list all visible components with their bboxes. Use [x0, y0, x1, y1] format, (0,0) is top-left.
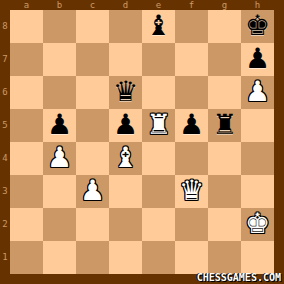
rank-label-5: 5 [0, 109, 10, 142]
piece-black-pawn[interactable]: ♟ [43, 109, 76, 142]
piece-black-pawn[interactable]: ♟ [175, 109, 208, 142]
piece-black-pawn[interactable]: ♟ [109, 109, 142, 142]
piece-black-rook[interactable]: ♜ [208, 109, 241, 142]
piece-white-pawn[interactable]: ♟ [241, 76, 274, 109]
rank-label-2: 2 [0, 208, 10, 241]
square-e2[interactable] [142, 208, 175, 241]
square-g5[interactable]: ♜ [208, 109, 241, 142]
square-b8[interactable] [43, 10, 76, 43]
square-f2[interactable] [175, 208, 208, 241]
square-a2[interactable] [10, 208, 43, 241]
square-a4[interactable] [10, 142, 43, 175]
square-f1[interactable] [175, 241, 208, 274]
square-e6[interactable] [142, 76, 175, 109]
square-f8[interactable] [175, 10, 208, 43]
piece-white-pawn[interactable]: ♟ [43, 142, 76, 175]
chess-board: ♝♚♟♛♟♟♟♜♟♜♟♝♟♛♚ [10, 10, 274, 274]
rank-label-3: 3 [0, 175, 10, 208]
square-g4[interactable] [208, 142, 241, 175]
square-e3[interactable] [142, 175, 175, 208]
square-h4[interactable] [241, 142, 274, 175]
square-a7[interactable] [10, 43, 43, 76]
square-h3[interactable] [241, 175, 274, 208]
square-b3[interactable] [43, 175, 76, 208]
square-e8[interactable]: ♝ [142, 10, 175, 43]
square-b5[interactable]: ♟ [43, 109, 76, 142]
square-g1[interactable] [208, 241, 241, 274]
piece-white-king[interactable]: ♚ [241, 208, 274, 241]
piece-white-queen[interactable]: ♛ [175, 175, 208, 208]
square-a8[interactable] [10, 10, 43, 43]
file-label-c: c [76, 0, 109, 10]
square-e1[interactable] [142, 241, 175, 274]
square-c8[interactable] [76, 10, 109, 43]
square-e7[interactable] [142, 43, 175, 76]
piece-white-bishop[interactable]: ♝ [109, 142, 142, 175]
square-a1[interactable] [10, 241, 43, 274]
square-d6[interactable]: ♛ [109, 76, 142, 109]
square-f5[interactable]: ♟ [175, 109, 208, 142]
square-c4[interactable] [76, 142, 109, 175]
file-labels: abcdefgh [10, 0, 274, 10]
piece-black-king[interactable]: ♚ [241, 10, 274, 43]
rank-label-6: 6 [0, 76, 10, 109]
square-d7[interactable] [109, 43, 142, 76]
square-g8[interactable] [208, 10, 241, 43]
square-a3[interactable] [10, 175, 43, 208]
chess-diagram: abcdefgh 87654321 ♝♚♟♛♟♟♟♜♟♜♟♝♟♛♚ CHESSG… [0, 0, 284, 284]
file-label-d: d [109, 0, 142, 10]
square-c1[interactable] [76, 241, 109, 274]
square-d5[interactable]: ♟ [109, 109, 142, 142]
square-b1[interactable] [43, 241, 76, 274]
file-label-f: f [175, 0, 208, 10]
square-f7[interactable] [175, 43, 208, 76]
square-h6[interactable]: ♟ [241, 76, 274, 109]
square-g6[interactable] [208, 76, 241, 109]
square-g7[interactable] [208, 43, 241, 76]
rank-label-4: 4 [0, 142, 10, 175]
square-c6[interactable] [76, 76, 109, 109]
square-d3[interactable] [109, 175, 142, 208]
square-b6[interactable] [43, 76, 76, 109]
file-label-g: g [208, 0, 241, 10]
rank-label-1: 1 [0, 241, 10, 274]
square-b7[interactable] [43, 43, 76, 76]
square-c5[interactable] [76, 109, 109, 142]
square-a6[interactable] [10, 76, 43, 109]
piece-black-bishop[interactable]: ♝ [142, 10, 175, 43]
square-c2[interactable] [76, 208, 109, 241]
rank-labels: 87654321 [0, 10, 10, 274]
square-c7[interactable] [76, 43, 109, 76]
square-f3[interactable]: ♛ [175, 175, 208, 208]
square-h2[interactable]: ♚ [241, 208, 274, 241]
piece-white-rook[interactable]: ♜ [142, 109, 175, 142]
square-a5[interactable] [10, 109, 43, 142]
square-d8[interactable] [109, 10, 142, 43]
watermark-text: CHESSGAMES.COM [197, 272, 281, 283]
square-d4[interactable]: ♝ [109, 142, 142, 175]
piece-black-pawn[interactable]: ♟ [241, 43, 274, 76]
piece-black-queen[interactable]: ♛ [109, 76, 142, 109]
square-e5[interactable]: ♜ [142, 109, 175, 142]
piece-white-pawn[interactable]: ♟ [76, 175, 109, 208]
square-f6[interactable] [175, 76, 208, 109]
square-b4[interactable]: ♟ [43, 142, 76, 175]
square-h1[interactable] [241, 241, 274, 274]
square-h8[interactable]: ♚ [241, 10, 274, 43]
square-g2[interactable] [208, 208, 241, 241]
square-b2[interactable] [43, 208, 76, 241]
rank-label-8: 8 [0, 10, 10, 43]
rank-label-7: 7 [0, 43, 10, 76]
square-d2[interactable] [109, 208, 142, 241]
square-h7[interactable]: ♟ [241, 43, 274, 76]
square-h5[interactable] [241, 109, 274, 142]
square-f4[interactable] [175, 142, 208, 175]
square-d1[interactable] [109, 241, 142, 274]
square-g3[interactable] [208, 175, 241, 208]
file-label-b: b [43, 0, 76, 10]
square-e4[interactable] [142, 142, 175, 175]
square-c3[interactable]: ♟ [76, 175, 109, 208]
file-label-a: a [10, 0, 43, 10]
